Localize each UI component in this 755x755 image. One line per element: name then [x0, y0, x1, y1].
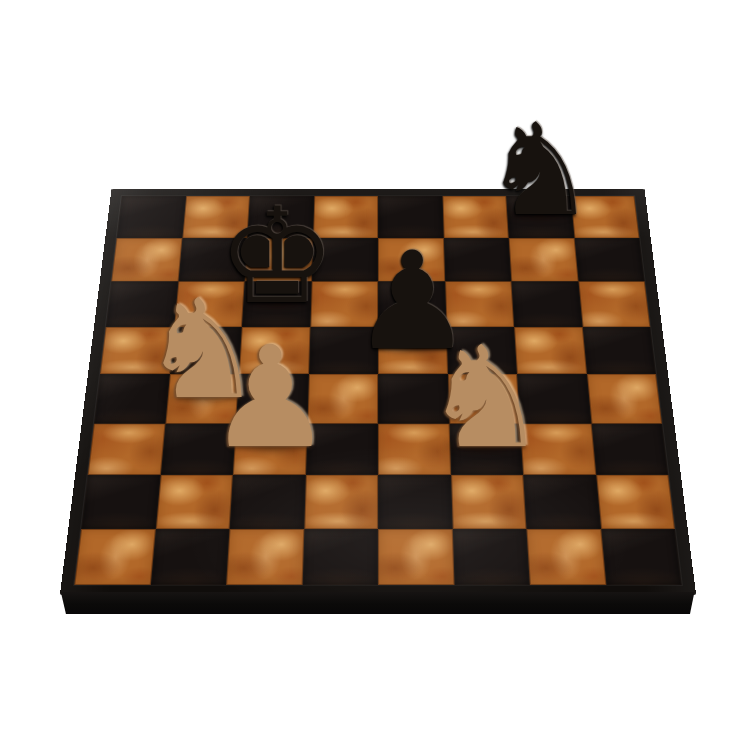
- piece-white-pawn-c3[interactable]: ♟: [190, 328, 350, 468]
- square-b1[interactable]: [150, 529, 229, 585]
- square-f2[interactable]: [451, 475, 527, 529]
- square-h5[interactable]: [582, 327, 656, 374]
- square-a3[interactable]: [88, 423, 165, 475]
- square-c2[interactable]: [230, 475, 306, 529]
- square-h7[interactable]: [574, 238, 645, 282]
- square-h2[interactable]: [596, 475, 675, 529]
- square-g1[interactable]: [526, 529, 605, 585]
- square-e2[interactable]: [378, 475, 452, 529]
- square-e1[interactable]: [378, 529, 454, 585]
- square-b2[interactable]: [155, 475, 233, 529]
- piece-black-knight-g8[interactable]: ♞: [460, 107, 620, 234]
- square-h1[interactable]: [601, 529, 682, 585]
- square-c1[interactable]: [226, 529, 304, 585]
- square-h4[interactable]: [587, 374, 663, 423]
- square-d1[interactable]: [302, 529, 378, 585]
- square-a1[interactable]: [74, 529, 155, 585]
- product-photo: ♞♚♟♞♟♞: [0, 0, 755, 755]
- square-g2[interactable]: [523, 475, 601, 529]
- square-h3[interactable]: [591, 423, 668, 475]
- square-a8[interactable]: [117, 196, 186, 238]
- square-d2[interactable]: [304, 475, 378, 529]
- square-f1[interactable]: [452, 529, 530, 585]
- square-a2[interactable]: [81, 475, 160, 529]
- board-side-edge: [57, 592, 697, 614]
- square-g7[interactable]: [509, 238, 578, 282]
- piece-white-knight-f3[interactable]: ♞: [406, 328, 566, 468]
- square-h6[interactable]: [578, 281, 650, 326]
